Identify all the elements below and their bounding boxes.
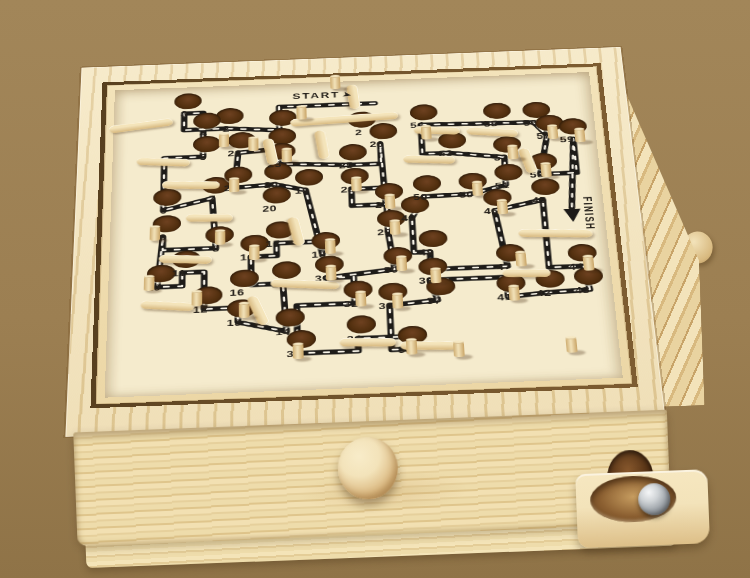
wooden-peg: [229, 178, 239, 192]
wooden-peg: [392, 293, 403, 308]
outer-frame: 1223456789101112131415161617181920202122…: [65, 47, 665, 437]
hole-number: 52: [476, 153, 508, 164]
hole-number: 37: [409, 295, 442, 306]
wooden-peg: [325, 239, 336, 254]
hole-number: 3: [157, 109, 188, 119]
product-photo-scene: 1223456789101112131415161617181920202122…: [0, 0, 750, 578]
hole-number: 20: [245, 203, 277, 214]
wooden-peg: [239, 303, 250, 318]
hole-number: 16: [212, 287, 245, 298]
hole-number: 2: [331, 128, 363, 138]
maze-board: 1223456789101112131415161617181920202122…: [65, 47, 665, 437]
wooden-rail: [185, 214, 233, 222]
hole-number: 29: [360, 227, 393, 238]
steel-ball[interactable]: [638, 483, 671, 516]
wooden-peg: [507, 145, 518, 159]
hole-number: 46: [466, 206, 499, 217]
hole-number: 43: [557, 285, 591, 296]
hole-number: 7: [184, 194, 216, 205]
wooden-peg: [421, 126, 432, 140]
wooden-peg: [296, 106, 306, 120]
wooden-rail: [339, 338, 396, 346]
frame-gap-shadow: 1223456789101112131415161617181920202122…: [90, 63, 637, 408]
hole-number: 14: [257, 326, 290, 338]
wooden-rail: [162, 181, 220, 189]
wooden-peg: [192, 291, 203, 306]
hole-number: 42: [518, 288, 552, 299]
hole-number: 44: [551, 261, 585, 272]
hole-number: 22: [210, 148, 241, 159]
wooden-peg: [389, 220, 400, 235]
finish-arrow-icon: [564, 209, 582, 223]
maze-surface: 1223456789101112131415161617181920202122…: [105, 72, 623, 398]
wooden-peg: [293, 343, 304, 359]
hole-number: 50: [396, 192, 428, 203]
wooden-peg: [565, 337, 577, 353]
tilting-platform-frame: 1223456789101112131415161617181920202122…: [96, 66, 633, 404]
hole-number: 38: [401, 275, 434, 286]
wooden-rail: [518, 229, 592, 238]
hole-number: 56: [506, 118, 538, 128]
wooden-peg: [282, 148, 292, 162]
wooden-peg: [248, 137, 258, 151]
wooden-peg: [583, 256, 595, 271]
tilt-knob-front[interactable]: [337, 436, 399, 500]
wooden-peg: [508, 285, 520, 300]
tray-pocket: [589, 474, 677, 523]
hole-number: 30: [366, 264, 399, 275]
hole-number: 13: [209, 317, 242, 329]
wooden-peg: [219, 133, 229, 147]
wooden-peg: [396, 256, 407, 271]
wooden-peg: [472, 181, 483, 195]
wooden-peg: [351, 177, 362, 191]
hole-number: 26: [352, 139, 384, 150]
wooden-peg: [497, 200, 508, 215]
labyrinth-box: 1223456789101112131415161617181920202122…: [30, 18, 709, 563]
wooden-peg: [355, 291, 366, 306]
wooden-peg: [406, 339, 418, 355]
hole-number: 32: [326, 298, 359, 310]
wooden-peg: [150, 226, 161, 241]
ball-tray: [575, 469, 710, 548]
wooden-rail: [158, 255, 212, 264]
hole-number: 41: [479, 292, 513, 303]
wooden-peg: [574, 128, 586, 142]
wooden-peg: [540, 163, 552, 177]
wooden-peg: [547, 125, 558, 139]
wooden-rail: [502, 269, 550, 277]
wooden-peg: [249, 245, 260, 260]
wooden-rail: [403, 155, 455, 164]
wooden-peg: [430, 268, 441, 283]
wooden-peg: [384, 194, 395, 209]
wooden-peg: [515, 252, 527, 267]
wooden-peg: [330, 76, 340, 90]
wooden-peg: [326, 266, 337, 281]
wooden-peg: [144, 276, 155, 291]
hole-number: 45: [514, 195, 547, 206]
hole-number: 11: [154, 268, 187, 279]
hole-number: 50: [441, 189, 474, 200]
wooden-peg: [453, 341, 465, 357]
wooden-peg: [215, 230, 225, 245]
